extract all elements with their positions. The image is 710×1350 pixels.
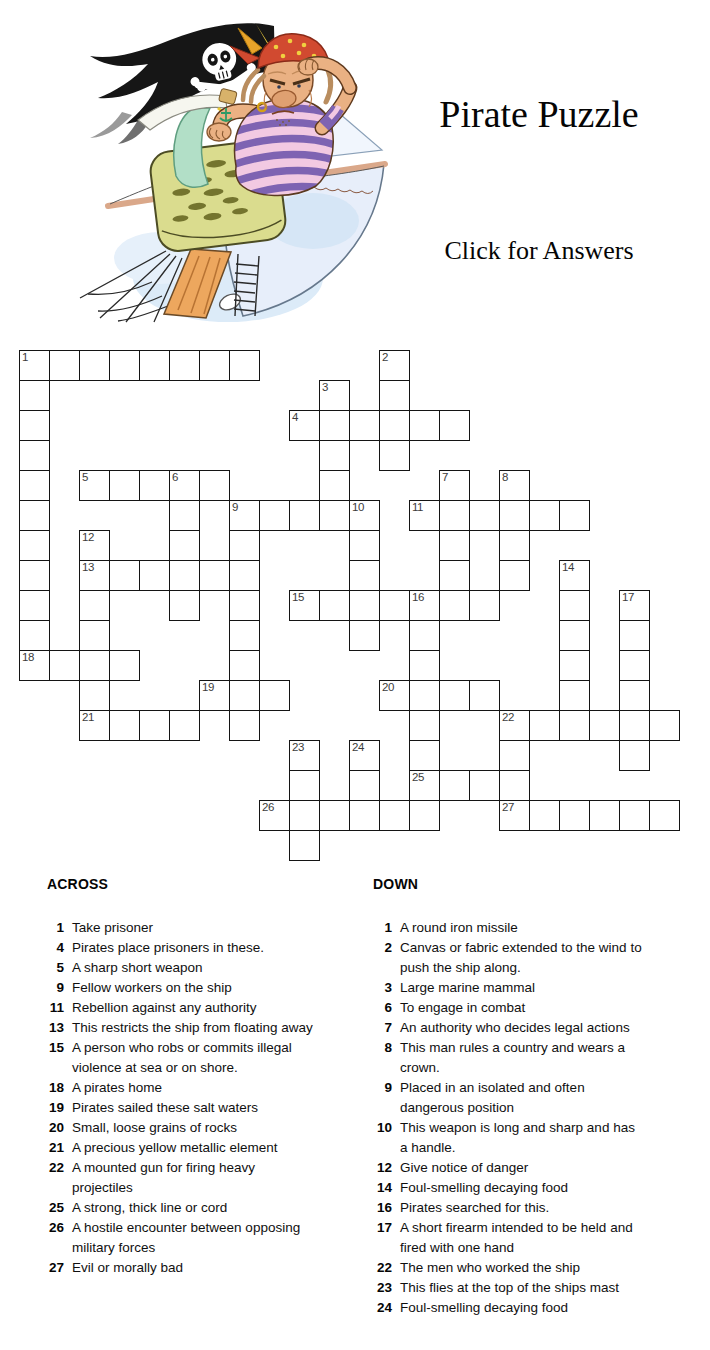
grid-cell-r5c3: 5 (79, 470, 110, 501)
grid-cell-r6c18 (529, 500, 560, 531)
grid-cell-r6c16 (469, 500, 500, 531)
grid-cell-r13c22 (649, 710, 680, 741)
down-clue-14: 14Foul-smelling decaying food (358, 1178, 692, 1198)
grid-cell-r11c8 (229, 650, 260, 681)
grid-cell-r16c14 (409, 800, 440, 831)
grid-cell-r15c10 (289, 770, 320, 801)
grid-cell-r13c3: 21 (79, 710, 110, 741)
grid-cell-r6c9 (259, 500, 290, 531)
clue-number: 20 (30, 1118, 64, 1138)
grid-cell-r7c8 (229, 530, 260, 561)
clue-text: A person who robs or commits illegal vio… (72, 1038, 292, 1078)
grid-cell-r6c17 (499, 500, 530, 531)
clue-text: Canvas or fabric extended to the wind to… (400, 938, 642, 978)
cell-number-18: 18 (22, 651, 34, 664)
down-clue-2: 2Canvas or fabric extended to the wind t… (358, 938, 692, 978)
across-clue-15: 15A person who robs or commits illegal v… (30, 1038, 352, 1078)
down-clue-24: 24Foul-smelling decaying food (358, 1298, 692, 1318)
grid-cell-r8c4 (109, 560, 140, 591)
down-clue-22: 22The men who worked the ship (358, 1258, 692, 1278)
grid-cell-r16c20 (589, 800, 620, 831)
grid-cell-r2c11: 3 (319, 380, 350, 411)
grid-cell-r6c11 (319, 500, 350, 531)
grid-cell-r6c19 (559, 500, 590, 531)
grid-cell-r15c12 (349, 770, 380, 801)
clue-number: 1 (358, 918, 392, 938)
clue-number: 15 (30, 1038, 64, 1058)
grid-cell-r7c15 (439, 530, 470, 561)
cell-number-9: 9 (232, 501, 238, 514)
cell-number-1: 1 (22, 351, 28, 364)
grid-cell-r11c21 (619, 650, 650, 681)
cell-number-13: 13 (82, 561, 94, 574)
across-clue-1: 1Take prisoner (30, 918, 352, 938)
grid-cell-r4c13 (379, 440, 410, 471)
down-clues-section: DOWN 1A round iron missile2Canvas or fab… (358, 876, 692, 1318)
cell-number-20: 20 (382, 681, 394, 694)
across-clue-22: 22A mounted gun for firing heavy project… (30, 1158, 352, 1198)
grid-cell-r16c10 (289, 800, 320, 831)
across-clue-13: 13This restricts the ship from floating … (30, 1018, 352, 1038)
pirate-illustration (78, 16, 390, 330)
grid-cell-r6c15 (439, 500, 470, 531)
grid-cell-r5c7 (199, 470, 230, 501)
across-clue-11: 11Rebellion against any authority (30, 998, 352, 1018)
grid-cell-r1c6 (169, 350, 200, 381)
grid-cell-r12c3 (79, 680, 110, 711)
cell-number-12: 12 (82, 531, 94, 544)
cell-number-16: 16 (412, 591, 424, 604)
grid-cell-r5c15: 7 (439, 470, 470, 501)
clue-text: The men who worked the ship (400, 1258, 580, 1278)
clue-number: 13 (30, 1018, 64, 1038)
grid-cell-r12c9 (259, 680, 290, 711)
grid-cell-r7c17 (499, 530, 530, 561)
grid-cell-r10c3 (79, 620, 110, 651)
cell-number-24: 24 (352, 741, 364, 754)
grid-cell-r16c11 (319, 800, 350, 831)
cell-number-26: 26 (262, 801, 274, 814)
grid-cell-r17c10 (289, 830, 320, 861)
grid-cell-r3c11 (319, 410, 350, 441)
grid-cell-r10c21 (619, 620, 650, 651)
cell-number-2: 2 (382, 351, 388, 364)
grid-cell-r9c3 (79, 590, 110, 621)
clue-number: 9 (30, 978, 64, 998)
clue-text: A mounted gun for firing heavy projectil… (72, 1158, 255, 1198)
grid-cell-r14c17 (499, 740, 530, 771)
clue-text: A pirates home (72, 1078, 162, 1098)
across-heading: ACROSS (47, 876, 352, 892)
clue-text: Pirates sailed these salt waters (72, 1098, 258, 1118)
cell-number-27: 27 (502, 801, 514, 814)
grid-cell-r13c6 (169, 710, 200, 741)
grid-cell-r1c1: 1 (19, 350, 50, 381)
down-clue-list: 1A round iron missile2Canvas or fabric e… (358, 918, 692, 1318)
clue-number: 27 (30, 1258, 64, 1278)
grid-cell-r14c12: 24 (349, 740, 380, 771)
grid-cell-r14c14 (409, 740, 440, 771)
down-clue-9: 9Placed in an isolated and often dangero… (358, 1078, 692, 1118)
grid-cell-r5c17: 8 (499, 470, 530, 501)
grid-cell-r10c12 (349, 620, 380, 651)
down-clue-6: 6To engage in combat (358, 998, 692, 1018)
grid-cell-r9c14: 16 (409, 590, 440, 621)
grid-cell-r1c8 (229, 350, 260, 381)
clue-text: Give notice of danger (400, 1158, 528, 1178)
across-clue-20: 20Small, loose grains of rocks (30, 1118, 352, 1138)
grid-cell-r16c9: 26 (259, 800, 290, 831)
clue-number: 3 (358, 978, 392, 998)
grid-cell-r15c16 (469, 770, 500, 801)
grid-cell-r10c8 (229, 620, 260, 651)
grid-cell-r6c14: 11 (409, 500, 440, 531)
grid-cell-r7c12 (349, 530, 380, 561)
across-clues-section: ACROSS 1Take prisoner4Pirates place pris… (30, 876, 352, 1278)
clue-number: 14 (358, 1178, 392, 1198)
clue-text: Take prisoner (72, 918, 153, 938)
across-clue-18: 18A pirates home (30, 1078, 352, 1098)
grid-cell-r11c14 (409, 650, 440, 681)
grid-cell-r7c1 (19, 530, 50, 561)
grid-cell-r11c2 (49, 650, 80, 681)
grid-cell-r6c1 (19, 500, 50, 531)
grid-cell-r3c12 (349, 410, 380, 441)
grid-cell-r7c6 (169, 530, 200, 561)
grid-cell-r13c18 (529, 710, 560, 741)
across-clue-9: 9Fellow workers on the ship (30, 978, 352, 998)
grid-cell-r6c6 (169, 500, 200, 531)
grid-cell-r13c4 (109, 710, 140, 741)
grid-cell-r8c19: 14 (559, 560, 590, 591)
answers-link[interactable]: Click for Answers (388, 234, 690, 268)
down-clue-17: 17A short firearm intended to be held an… (358, 1218, 692, 1258)
clue-text: Rebellion against any authority (72, 998, 257, 1018)
grid-cell-r9c10: 15 (289, 590, 320, 621)
across-clue-19: 19Pirates sailed these salt waters (30, 1098, 352, 1118)
grid-cell-r11c3 (79, 650, 110, 681)
across-clue-list: 1Take prisoner4Pirates place prisoners i… (30, 918, 352, 1278)
clue-number: 2 (358, 938, 392, 958)
clue-text: A hostile encounter between opposing mil… (72, 1218, 300, 1258)
grid-cell-r13c17: 22 (499, 710, 530, 741)
grid-cell-r16c22 (649, 800, 680, 831)
clue-text: This man rules a country and wears a cro… (400, 1038, 625, 1078)
down-clue-12: 12Give notice of danger (358, 1158, 692, 1178)
grid-cell-r9c12 (349, 590, 380, 621)
grid-cell-r11c4 (109, 650, 140, 681)
grid-cell-r9c19 (559, 590, 590, 621)
grid-cell-r16c12 (349, 800, 380, 831)
cell-number-3: 3 (322, 381, 328, 394)
grid-cell-r9c13 (379, 590, 410, 621)
cell-number-23: 23 (292, 741, 304, 754)
grid-cell-r9c16 (469, 590, 500, 621)
grid-cell-r3c14 (409, 410, 440, 441)
grid-cell-r8c5 (139, 560, 170, 591)
grid-cell-r4c1 (19, 440, 50, 471)
grid-cell-r6c12: 10 (349, 500, 380, 531)
grid-cell-r3c10: 4 (289, 410, 320, 441)
grid-cell-r4c11 (319, 440, 350, 471)
grid-cell-r10c1 (19, 620, 50, 651)
grid-cell-r1c3 (79, 350, 110, 381)
clue-number: 5 (30, 958, 64, 978)
down-heading: DOWN (373, 876, 692, 892)
clue-text: Small, loose grains of rocks (72, 1118, 237, 1138)
grid-cell-r15c14: 25 (409, 770, 440, 801)
grid-cell-r9c21: 17 (619, 590, 650, 621)
grid-cell-r16c18 (529, 800, 560, 831)
grid-cell-r14c10: 23 (289, 740, 320, 771)
grid-cell-r3c13 (379, 410, 410, 441)
cell-number-11: 11 (412, 501, 423, 514)
grid-cell-r13c8 (229, 710, 260, 741)
clue-number: 17 (358, 1218, 392, 1238)
down-clue-7: 7An authority who decides legal actions (358, 1018, 692, 1038)
across-clue-27: 27Evil or morally bad (30, 1258, 352, 1278)
grid-cell-r8c1 (19, 560, 50, 591)
clue-number: 16 (358, 1198, 392, 1218)
across-clue-4: 4Pirates place prisoners in these. (30, 938, 352, 958)
grid-cell-r1c4 (109, 350, 140, 381)
grid-cell-r12c13: 20 (379, 680, 410, 711)
cell-number-25: 25 (412, 771, 424, 784)
grid-cell-r6c10 (289, 500, 320, 531)
clue-text: Pirates place prisoners in these. (72, 938, 264, 958)
clue-text: Pirates searched for this. (400, 1198, 549, 1218)
down-clue-23: 23This flies at the top of the ships mas… (358, 1278, 692, 1298)
grid-cell-r8c6 (169, 560, 200, 591)
clue-number: 6 (358, 998, 392, 1018)
grid-cell-r12c7: 19 (199, 680, 230, 711)
clue-text: A short firearm intended to be held and … (400, 1218, 633, 1258)
clue-number: 21 (30, 1138, 64, 1158)
cell-number-6: 6 (172, 471, 178, 484)
cell-number-7: 7 (442, 471, 448, 484)
clue-text: Foul-smelling decaying food (400, 1298, 568, 1318)
pirate-lookout-graphic (78, 16, 390, 330)
cell-number-8: 8 (502, 471, 508, 484)
grid-cell-r8c17 (499, 560, 530, 591)
grid-cell-r1c5 (139, 350, 170, 381)
clue-text: An authority who decides legal actions (400, 1018, 630, 1038)
clue-number: 1 (30, 918, 64, 938)
clue-number: 18 (30, 1078, 64, 1098)
clue-text: A round iron missile (400, 918, 518, 938)
grid-cell-r2c1 (19, 380, 50, 411)
grid-cell-r12c15 (439, 680, 470, 711)
grid-cell-r13c5 (139, 710, 170, 741)
grid-cell-r3c15 (439, 410, 470, 441)
grid-cell-r1c13: 2 (379, 350, 410, 381)
grid-cell-r12c8 (229, 680, 260, 711)
grid-cell-r10c19 (559, 620, 590, 651)
grid-cell-r8c7 (199, 560, 230, 591)
clue-number: 8 (358, 1038, 392, 1058)
grid-cell-r13c21 (619, 710, 650, 741)
clue-text: A strong, thick line or cord (72, 1198, 227, 1218)
clue-text: To engage in combat (400, 998, 525, 1018)
grid-cell-r16c17: 27 (499, 800, 530, 831)
cell-number-10: 10 (352, 501, 364, 514)
grid-cell-r15c15 (439, 770, 470, 801)
clue-text: A sharp short weapon (72, 958, 203, 978)
grid-cell-r12c21 (619, 680, 650, 711)
clue-number: 22 (358, 1258, 392, 1278)
cell-number-19: 19 (202, 681, 214, 694)
puzzle-title: Pirate Puzzle (388, 92, 690, 136)
down-clue-8: 8This man rules a country and wears a cr… (358, 1038, 692, 1078)
cell-number-21: 21 (82, 711, 94, 724)
grid-cell-r6c8: 9 (229, 500, 260, 531)
grid-cell-r3c1 (19, 410, 50, 441)
clue-number: 11 (30, 998, 64, 1018)
clue-number: 12 (358, 1158, 392, 1178)
down-clue-1: 1A round iron missile (358, 918, 692, 938)
grid-cell-r12c19 (559, 680, 590, 711)
clue-number: 25 (30, 1198, 64, 1218)
cell-number-4: 4 (292, 411, 298, 424)
grid-cell-r9c15 (439, 590, 470, 621)
grid-cell-r8c3: 13 (79, 560, 110, 591)
grid-cell-r11c1: 18 (19, 650, 50, 681)
across-clue-26: 26A hostile encounter between opposing m… (30, 1218, 352, 1258)
clue-number: 10 (358, 1118, 392, 1138)
pirate-crossword-page: Pirate Puzzle Click for Answers 12345678… (0, 0, 710, 1350)
grid-cell-r8c15 (439, 560, 470, 591)
grid-cell-r11c19 (559, 650, 590, 681)
clue-text: This weapon is long and sharp and has a … (400, 1118, 635, 1158)
grid-cell-r9c6 (169, 590, 200, 621)
across-clue-21: 21A precious yellow metallic element (30, 1138, 352, 1158)
across-clue-5: 5A sharp short weapon (30, 958, 352, 978)
clue-text: Placed in an isolated and often dangerou… (400, 1078, 585, 1118)
down-clue-10: 10This weapon is long and sharp and has … (358, 1118, 692, 1158)
down-clue-16: 16Pirates searched for this. (358, 1198, 692, 1218)
grid-cell-r10c14 (409, 620, 440, 651)
across-clue-25: 25A strong, thick line or cord (30, 1198, 352, 1218)
grid-cell-r13c19 (559, 710, 590, 741)
down-clue-3: 3Large marine mammal (358, 978, 692, 998)
clue-text: Large marine mammal (400, 978, 535, 998)
clue-number: 4 (30, 938, 64, 958)
clue-text: This restricts the ship from floating aw… (72, 1018, 313, 1038)
clue-text: Evil or morally bad (72, 1258, 183, 1278)
grid-cell-r5c11 (319, 470, 350, 501)
clue-text: This flies at the top of the ships mast (400, 1278, 619, 1298)
clue-number: 19 (30, 1098, 64, 1118)
cell-number-17: 17 (622, 591, 634, 604)
grid-cell-r5c6: 6 (169, 470, 200, 501)
grid-cell-r8c12 (349, 560, 380, 591)
grid-cell-r5c1 (19, 470, 50, 501)
grid-cell-r16c13 (379, 800, 410, 831)
clue-number: 24 (358, 1298, 392, 1318)
clue-text: Fellow workers on the ship (72, 978, 232, 998)
grid-cell-r9c8 (229, 590, 260, 621)
grid-cell-r1c2 (49, 350, 80, 381)
clue-text: A precious yellow metallic element (72, 1138, 278, 1158)
grid-cell-r13c20 (589, 710, 620, 741)
grid-cell-r7c3: 12 (79, 530, 110, 561)
clue-number: 9 (358, 1078, 392, 1098)
cell-number-22: 22 (502, 711, 514, 724)
grid-cell-r15c17 (499, 770, 530, 801)
grid-cell-r16c19 (559, 800, 590, 831)
grid-cell-r2c13 (379, 380, 410, 411)
grid-cell-r12c16 (469, 680, 500, 711)
grid-cell-r8c8 (229, 560, 260, 591)
clue-number: 7 (358, 1018, 392, 1038)
crossword-grid: 1234567891011121314151617181920212223242… (19, 350, 681, 862)
grid-cell-r16c21 (619, 800, 650, 831)
grid-cell-r9c11 (319, 590, 350, 621)
clue-number: 26 (30, 1218, 64, 1238)
grid-cell-r9c1 (19, 590, 50, 621)
grid-cell-r5c5 (139, 470, 170, 501)
grid-cell-r12c14 (409, 680, 440, 711)
grid-cell-r5c4 (109, 470, 140, 501)
grid-cell-r14c21 (619, 740, 650, 771)
clue-text: Foul-smelling decaying food (400, 1178, 568, 1198)
cell-number-15: 15 (292, 591, 304, 604)
cell-number-5: 5 (82, 471, 88, 484)
cell-number-14: 14 (562, 561, 574, 574)
clue-number: 23 (358, 1278, 392, 1298)
grid-cell-r13c14 (409, 710, 440, 741)
clue-number: 22 (30, 1158, 64, 1178)
grid-cell-r1c7 (199, 350, 230, 381)
